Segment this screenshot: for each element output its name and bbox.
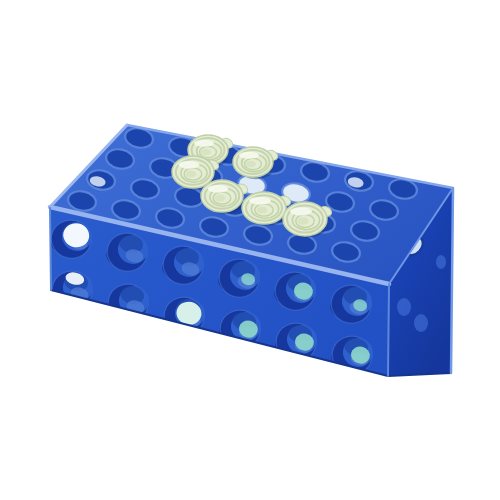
product-photo-stage (0, 0, 500, 500)
end-face-translucent-spot (414, 314, 428, 332)
end-face-translucent-spot (436, 255, 446, 269)
front-right-corner-edge (388, 285, 389, 376)
front-left-corner-edge (50, 208, 51, 290)
end-face-translucent-spot (397, 298, 411, 316)
tube-rack-photo (0, 0, 500, 500)
